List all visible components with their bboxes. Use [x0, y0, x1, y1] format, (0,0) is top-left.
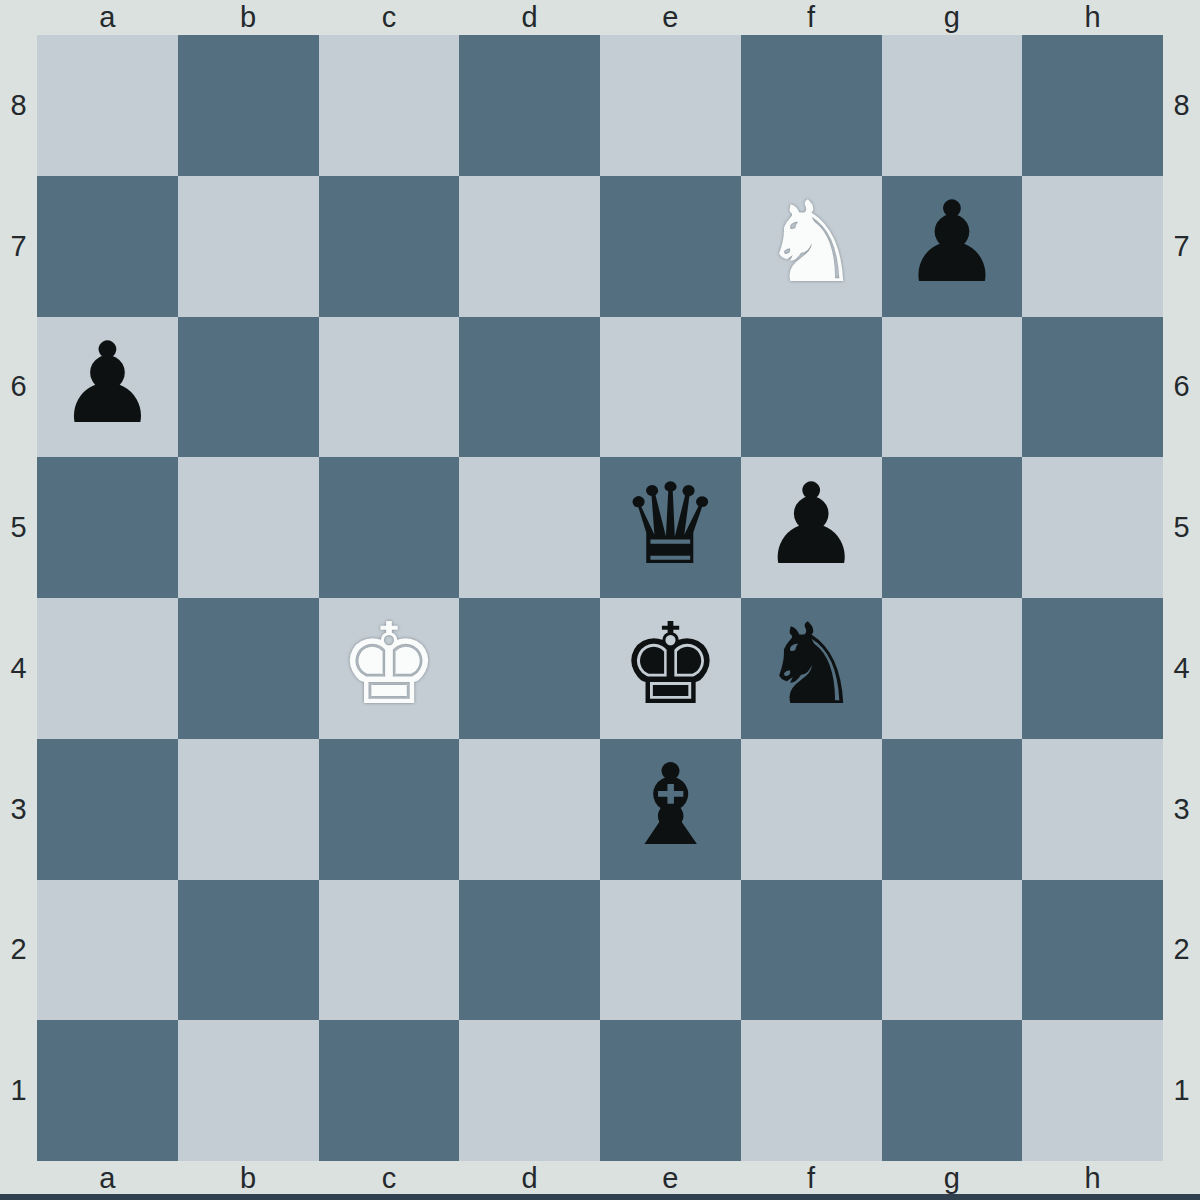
square-f7[interactable]: ♞	[741, 176, 882, 317]
file-labels-top: abcdefgh	[37, 0, 1163, 35]
square-e7[interactable]	[600, 176, 741, 317]
rank-label-left-6: 6	[10, 317, 26, 458]
square-f5[interactable]: ♟	[741, 457, 882, 598]
square-a3[interactable]	[37, 739, 178, 880]
square-a5[interactable]	[37, 457, 178, 598]
square-h8[interactable]	[1022, 35, 1163, 176]
square-c2[interactable]	[319, 880, 460, 1021]
square-a4[interactable]	[37, 598, 178, 739]
file-label-bottom-h: h	[1022, 1162, 1163, 1195]
file-label-bottom-d: d	[459, 1162, 600, 1195]
file-label-bottom-c: c	[319, 1162, 460, 1195]
square-a8[interactable]	[37, 35, 178, 176]
square-h3[interactable]	[1022, 739, 1163, 880]
rank-label-left-2: 2	[10, 880, 26, 1021]
piece-black-bishop[interactable]: ♝	[620, 749, 720, 861]
rank-label-right-5: 5	[1173, 457, 1189, 598]
square-g5[interactable]	[882, 457, 1023, 598]
square-b8[interactable]	[178, 35, 319, 176]
piece-black-queen[interactable]: ♛	[620, 468, 720, 580]
file-label-top-d: d	[459, 1, 600, 34]
square-h4[interactable]	[1022, 598, 1163, 739]
file-label-top-c: c	[319, 1, 460, 34]
file-label-bottom-b: b	[178, 1162, 319, 1195]
square-g2[interactable]	[882, 880, 1023, 1021]
square-b4[interactable]	[178, 598, 319, 739]
square-d7[interactable]	[459, 176, 600, 317]
square-e8[interactable]	[600, 35, 741, 176]
square-c7[interactable]	[319, 176, 460, 317]
square-b2[interactable]	[178, 880, 319, 1021]
rank-label-right-7: 7	[1173, 176, 1189, 317]
file-label-top-a: a	[37, 1, 178, 34]
square-a7[interactable]	[37, 176, 178, 317]
chess-diagram: abcdefgh 87654321 87654321 ♞♟♟♛♟♚♚♞♝ abc…	[0, 0, 1200, 1200]
file-label-bottom-f: f	[741, 1162, 882, 1195]
square-d2[interactable]	[459, 880, 600, 1021]
bottom-edge-strip	[0, 1194, 1200, 1200]
rank-label-left-1: 1	[10, 1020, 26, 1161]
piece-white-knight[interactable]: ♞	[761, 186, 861, 298]
rank-label-right-2: 2	[1173, 880, 1189, 1021]
piece-black-pawn[interactable]: ♟	[57, 327, 157, 439]
square-h2[interactable]	[1022, 880, 1163, 1021]
piece-black-knight[interactable]: ♞	[761, 608, 861, 720]
file-label-bottom-a: a	[37, 1162, 178, 1195]
square-e4[interactable]: ♚	[600, 598, 741, 739]
rank-label-right-3: 3	[1173, 739, 1189, 880]
chess-board: ♞♟♟♛♟♚♚♞♝	[37, 35, 1163, 1161]
square-f4[interactable]: ♞	[741, 598, 882, 739]
square-e2[interactable]	[600, 880, 741, 1021]
piece-black-pawn[interactable]: ♟	[902, 186, 1002, 298]
square-d4[interactable]	[459, 598, 600, 739]
square-g4[interactable]	[882, 598, 1023, 739]
file-label-top-f: f	[741, 1, 882, 34]
piece-black-pawn[interactable]: ♟	[761, 468, 861, 580]
square-h7[interactable]	[1022, 176, 1163, 317]
file-labels-bottom: abcdefgh	[37, 1162, 1163, 1195]
square-f1[interactable]	[741, 1020, 882, 1161]
file-label-top-b: b	[178, 1, 319, 34]
square-h5[interactable]	[1022, 457, 1163, 598]
square-b3[interactable]	[178, 739, 319, 880]
file-label-top-h: h	[1022, 1, 1163, 34]
square-d3[interactable]	[459, 739, 600, 880]
rank-label-right-1: 1	[1173, 1020, 1189, 1161]
square-b5[interactable]	[178, 457, 319, 598]
square-c1[interactable]	[319, 1020, 460, 1161]
rank-label-left-7: 7	[10, 176, 26, 317]
rank-labels-left: 87654321	[0, 35, 37, 1161]
square-g6[interactable]	[882, 317, 1023, 458]
rank-label-left-4: 4	[10, 598, 26, 739]
square-c3[interactable]	[319, 739, 460, 880]
square-a2[interactable]	[37, 880, 178, 1021]
file-label-top-g: g	[882, 1, 1023, 34]
rank-label-right-6: 6	[1173, 317, 1189, 458]
square-e6[interactable]	[600, 317, 741, 458]
square-f3[interactable]	[741, 739, 882, 880]
square-g3[interactable]	[882, 739, 1023, 880]
rank-labels-right: 87654321	[1163, 35, 1200, 1161]
square-b6[interactable]	[178, 317, 319, 458]
piece-black-king[interactable]: ♚	[620, 608, 720, 720]
rank-label-right-4: 4	[1173, 598, 1189, 739]
square-d6[interactable]	[459, 317, 600, 458]
square-d8[interactable]	[459, 35, 600, 176]
file-label-bottom-g: g	[882, 1162, 1023, 1195]
square-c8[interactable]	[319, 35, 460, 176]
square-e1[interactable]	[600, 1020, 741, 1161]
rank-label-left-8: 8	[10, 35, 26, 176]
square-e5[interactable]: ♛	[600, 457, 741, 598]
rank-label-left-5: 5	[10, 457, 26, 598]
square-h1[interactable]	[1022, 1020, 1163, 1161]
square-g8[interactable]	[882, 35, 1023, 176]
square-c6[interactable]	[319, 317, 460, 458]
square-d5[interactable]	[459, 457, 600, 598]
file-label-top-e: e	[600, 1, 741, 34]
square-e3[interactable]: ♝	[600, 739, 741, 880]
square-g7[interactable]: ♟	[882, 176, 1023, 317]
square-d1[interactable]	[459, 1020, 600, 1161]
square-b7[interactable]	[178, 176, 319, 317]
square-h6[interactable]	[1022, 317, 1163, 458]
square-f8[interactable]	[741, 35, 882, 176]
rank-label-left-3: 3	[10, 739, 26, 880]
square-a1[interactable]	[37, 1020, 178, 1161]
rank-label-right-8: 8	[1173, 35, 1189, 176]
square-b1[interactable]	[178, 1020, 319, 1161]
square-c4[interactable]: ♚	[319, 598, 460, 739]
file-label-bottom-e: e	[600, 1162, 741, 1195]
piece-white-king[interactable]: ♚	[339, 608, 439, 720]
square-f2[interactable]	[741, 880, 882, 1021]
square-g1[interactable]	[882, 1020, 1023, 1161]
square-c5[interactable]	[319, 457, 460, 598]
square-f6[interactable]	[741, 317, 882, 458]
square-a6[interactable]: ♟	[37, 317, 178, 458]
